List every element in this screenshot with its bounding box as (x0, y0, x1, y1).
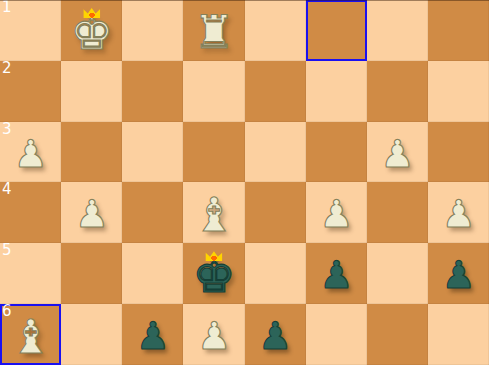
square-e5[interactable] (245, 243, 306, 304)
square-f1[interactable] (306, 0, 367, 61)
square-b3[interactable] (61, 122, 122, 183)
square-g2[interactable] (367, 61, 428, 122)
square-a6[interactable]: 6♝ (0, 304, 61, 365)
white-bishop[interactable]: ♝ (193, 191, 235, 238)
white-pawn[interactable]: ♟ (14, 135, 48, 173)
square-d6[interactable]: ♟ (183, 304, 244, 365)
white-rook[interactable]: ♜ (193, 9, 234, 55)
rank-label-1: 1 (2, 0, 12, 16)
square-e1[interactable] (245, 0, 306, 61)
square-g4[interactable] (367, 182, 428, 243)
square-e6[interactable]: ♟ (245, 304, 306, 365)
square-f3[interactable] (306, 122, 367, 183)
square-h6[interactable] (428, 304, 489, 365)
rank-label-4: 4 (2, 181, 12, 198)
square-d1[interactable]: ♜ (183, 0, 244, 61)
square-g1[interactable] (367, 0, 428, 61)
chess-board: 1♚♜23♟♟4♟♝♟♟5♚♟♟6♝♟♟♟ (0, 0, 489, 365)
square-b2[interactable] (61, 61, 122, 122)
square-f6[interactable] (306, 304, 367, 365)
white-pawn[interactable]: ♟ (75, 195, 109, 233)
square-c1[interactable] (122, 0, 183, 61)
square-e3[interactable] (245, 122, 306, 183)
square-e2[interactable] (245, 61, 306, 122)
square-c6[interactable]: ♟ (122, 304, 183, 365)
square-b4[interactable]: ♟ (61, 182, 122, 243)
white-pawn[interactable]: ♟ (380, 135, 414, 173)
square-f4[interactable]: ♟ (306, 182, 367, 243)
black-pawn[interactable]: ♟ (258, 317, 292, 355)
rank-label-2: 2 (2, 60, 12, 77)
rank-label-5: 5 (2, 242, 12, 259)
square-a3[interactable]: 3♟ (0, 122, 61, 183)
black-pawn[interactable]: ♟ (319, 256, 353, 294)
square-a2[interactable]: 2 (0, 61, 61, 122)
square-d2[interactable] (183, 61, 244, 122)
black-king[interactable]: ♚ (192, 251, 235, 299)
square-d3[interactable] (183, 122, 244, 183)
white-pawn[interactable]: ♟ (319, 195, 353, 233)
square-e4[interactable] (245, 182, 306, 243)
square-h3[interactable] (428, 122, 489, 183)
rank-label-3: 3 (2, 121, 12, 138)
square-h1[interactable] (428, 0, 489, 61)
square-g5[interactable] (367, 243, 428, 304)
square-h2[interactable] (428, 61, 489, 122)
square-b5[interactable] (61, 243, 122, 304)
square-f5[interactable]: ♟ (306, 243, 367, 304)
square-d4[interactable]: ♝ (183, 182, 244, 243)
square-g6[interactable] (367, 304, 428, 365)
square-b6[interactable] (61, 304, 122, 365)
square-g3[interactable]: ♟ (367, 122, 428, 183)
square-a1[interactable]: 1 (0, 0, 61, 61)
square-c5[interactable] (122, 243, 183, 304)
gold-crown-icon (83, 8, 100, 18)
gold-crown-icon (205, 251, 222, 261)
square-c2[interactable] (122, 61, 183, 122)
square-d5[interactable]: ♚ (183, 243, 244, 304)
white-king[interactable]: ♚ (70, 8, 113, 56)
black-pawn[interactable]: ♟ (136, 317, 170, 355)
square-h5[interactable]: ♟ (428, 243, 489, 304)
white-bishop[interactable]: ♝ (9, 313, 51, 360)
square-c3[interactable] (122, 122, 183, 183)
square-b1[interactable]: ♚ (61, 0, 122, 61)
square-h4[interactable]: ♟ (428, 182, 489, 243)
square-c4[interactable] (122, 182, 183, 243)
white-pawn[interactable]: ♟ (197, 317, 231, 355)
square-f2[interactable] (306, 61, 367, 122)
white-pawn[interactable]: ♟ (441, 195, 475, 233)
black-pawn[interactable]: ♟ (441, 256, 475, 294)
square-a4[interactable]: 4 (0, 182, 61, 243)
square-a5[interactable]: 5 (0, 243, 61, 304)
